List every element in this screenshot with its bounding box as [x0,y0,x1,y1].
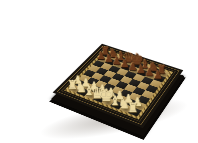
black-pawn: ♟ [149,70,167,81]
scene: ♜♞♝♛♚♝♞♜♟♟♟♟♟♟♟♟♟♟♟♟♟♟♟♟♜♞♝♛♚♝♞♜ [0,0,198,143]
square-h1: ♜ [128,107,142,117]
chess-board-case: ♜♞♝♛♚♝♞♜♟♟♟♟♟♟♟♟♟♟♟♟♟♟♟♟♜♞♝♛♚♝♞♜ [53,44,184,128]
board-frame: ♜♞♝♛♚♝♞♜♟♟♟♟♟♟♟♟♟♟♟♟♟♟♟♟♜♞♝♛♚♝♞♜ [53,44,184,128]
chess-set-photo: ♜♞♝♛♚♝♞♜♟♟♟♟♟♟♟♟♟♟♟♟♟♟♟♟♜♞♝♛♚♝♞♜ [0,0,198,143]
square-d5 [112,73,125,81]
square-h7: ♟ [153,75,165,83]
white-rook: ♜ [123,102,143,115]
